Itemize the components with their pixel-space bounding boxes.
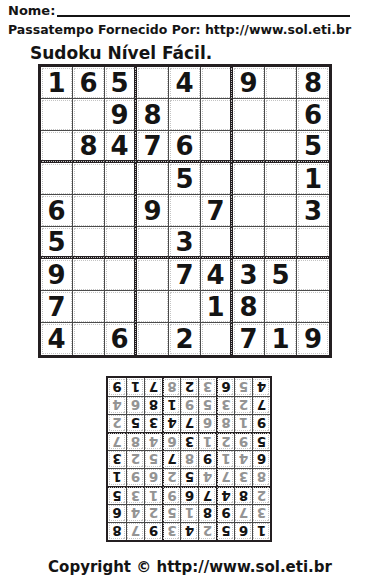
puzzle-cell-r1c7: 9: [233, 67, 265, 99]
solution-cell-r8c1: 7: [252, 396, 270, 414]
solution-cell-r7c7: 3: [144, 414, 162, 432]
puzzle-cell-r2c5: [169, 99, 201, 131]
solution-digit: 9: [203, 452, 212, 468]
solution-digit: 6: [221, 379, 230, 395]
solution-cell-r7c9: 2: [108, 414, 126, 432]
puzzle-cell-r5c1: 6: [41, 195, 73, 227]
puzzle-given-digit: 9: [110, 100, 128, 130]
puzzle-given-digit: 7: [175, 260, 193, 290]
puzzle-cell-r7c3: [105, 259, 137, 291]
solution-cell-r6c9: 7: [108, 432, 126, 450]
solution-cell-r5c2: 4: [234, 450, 252, 468]
puzzle-cell-r3c1: [41, 131, 73, 163]
solution-cell-r3c8: 3: [126, 486, 144, 504]
puzzle-cell-r6c6: [201, 227, 233, 259]
puzzle-cell-r4c1: [41, 163, 73, 195]
solution-cell-r1c3: 5: [216, 522, 234, 540]
puzzle-cell-r8c8: [265, 291, 297, 323]
puzzle-cell-r6c9: [297, 227, 329, 259]
solution-cell-r8c9: 4: [108, 396, 126, 414]
puzzle-cell-r6c3: [105, 227, 137, 259]
puzzle-given-digit: 8: [304, 68, 322, 98]
solution-cell-r2c4: 8: [198, 504, 216, 522]
puzzle-cell-r7c7: 3: [233, 259, 265, 291]
solution-digit: 7: [149, 379, 158, 395]
solution-cell-r3c5: 6: [180, 486, 198, 504]
puzzle-cell-r5c5: [169, 195, 201, 227]
solution-cell-r2c6: 5: [162, 504, 180, 522]
page-title: Sudoku Nível Fácil.: [30, 43, 352, 63]
puzzle-cell-r3c8: [265, 131, 297, 163]
solution-cell-r4c7: 6: [144, 468, 162, 486]
solution-digit: 4: [131, 506, 140, 522]
puzzle-cell-r6c8: [265, 227, 297, 259]
solution-cell-r2c2: 7: [234, 504, 252, 522]
puzzle-cell-r9c3: 6: [105, 323, 137, 355]
solution-digit: 1: [239, 416, 248, 432]
solution-digit: 2: [221, 434, 230, 450]
solution-cell-r9c9: 9: [108, 378, 126, 396]
solution-digit: 8: [257, 470, 266, 486]
solution-cell-r7c2: 1: [234, 414, 252, 432]
solution-digit: 4: [257, 379, 266, 395]
solution-cell-r4c5: 5: [180, 468, 198, 486]
solution-digit: 5: [131, 416, 140, 432]
puzzle-given-digit: 3: [239, 260, 257, 290]
puzzle-cell-r6c5: 3: [169, 227, 201, 259]
puzzle-cell-r4c8: [265, 163, 297, 195]
solution-cell-r5c4: 9: [198, 450, 216, 468]
solution-cell-r7c5: 7: [180, 414, 198, 432]
puzzle-given-digit: 5: [304, 131, 322, 161]
provider-text: Passatempo Fornecido Por: http://www.sol…: [8, 22, 352, 37]
solution-digit: 1: [257, 524, 266, 540]
solution-cell-r9c4: 3: [198, 378, 216, 396]
puzzle-cell-r5c6: 7: [201, 195, 233, 227]
solution-cell-r7c8: 5: [126, 414, 144, 432]
puzzle-cell-r7c2: [73, 259, 105, 291]
puzzle-cell-r8c9: [297, 291, 329, 323]
puzzle-cell-r9c5: 2: [169, 323, 201, 355]
puzzle-given-digit: 7: [47, 292, 65, 322]
solution-cell-r8c4: 5: [198, 396, 216, 414]
solution-cell-r8c6: 1: [162, 396, 180, 414]
puzzle-cell-r1c5: 4: [169, 67, 201, 99]
solution-cell-r1c9: 8: [108, 522, 126, 540]
solution-digit: 8: [149, 398, 158, 414]
solution-digit: 7: [203, 488, 212, 504]
puzzle-cell-r5c2: [73, 195, 105, 227]
solution-cell-r7c3: 8: [216, 414, 234, 432]
puzzle-given-digit: 7: [143, 131, 161, 161]
name-fill-line: [57, 15, 350, 17]
solution-cell-r9c5: 2: [180, 378, 198, 396]
solution-cell-r2c5: 1: [180, 504, 198, 522]
puzzle-cell-r9c6: [201, 323, 233, 355]
name-label: Nome:: [8, 3, 55, 18]
puzzle-cell-r2c3: 9: [105, 99, 137, 131]
solution-cell-r1c2: 6: [234, 522, 252, 540]
solution-cell-r8c3: 3: [216, 396, 234, 414]
solution-cell-r2c3: 9: [216, 504, 234, 522]
puzzle-given-digit: 1: [206, 292, 224, 322]
solution-digit: 9: [167, 488, 176, 504]
solution-digit: 7: [167, 452, 176, 468]
puzzle-cell-r3c3: 4: [105, 131, 137, 163]
solution-digit: 4: [239, 452, 248, 468]
puzzle-cell-r5c7: [233, 195, 265, 227]
solution-digit: 2: [149, 506, 158, 522]
solution-cell-r1c7: 9: [144, 522, 162, 540]
puzzle-given-digit: 8: [239, 292, 257, 322]
solution-digit: 6: [185, 488, 194, 504]
solution-cell-r7c6: 4: [162, 414, 180, 432]
puzzle-cell-r8c3: [105, 291, 137, 323]
puzzle-given-digit: 2: [175, 324, 193, 354]
puzzle-cell-r1c1: 1: [41, 67, 73, 99]
solution-digit: 1: [149, 488, 158, 504]
puzzle-cell-r9c1: 4: [41, 323, 73, 355]
puzzle-given-digit: 6: [175, 131, 193, 161]
solution-digit: 1: [112, 470, 121, 486]
puzzle-given-digit: 7: [239, 324, 257, 354]
solution-cell-r3c2: 8: [234, 486, 252, 504]
puzzle-cell-r9c9: 9: [297, 323, 329, 355]
solution-cell-r2c9: 6: [108, 504, 126, 522]
solution-cell-r9c6: 8: [162, 378, 180, 396]
puzzle-cell-r8c2: [73, 291, 105, 323]
puzzle-cell-r4c2: [73, 163, 105, 195]
solution-digit: 6: [239, 524, 248, 540]
solution-digit: 9: [221, 506, 230, 522]
puzzle-cell-r4c5: 5: [169, 163, 201, 195]
puzzle-cell-r6c4: [137, 227, 169, 259]
solution-digit: 2: [185, 379, 194, 395]
solution-cell-r3c1: 2: [252, 486, 270, 504]
puzzle-cell-r8c7: 8: [233, 291, 265, 323]
solution-digit: 3: [112, 452, 121, 468]
puzzle-cell-r5c9: 3: [297, 195, 329, 227]
solution-cell-r8c7: 8: [144, 396, 162, 414]
puzzle-given-digit: 9: [304, 324, 322, 354]
solution-digit: 5: [167, 506, 176, 522]
solution-digit: 6: [131, 398, 140, 414]
solution-cell-r3c4: 7: [198, 486, 216, 504]
solution-digit: 4: [203, 470, 212, 486]
puzzle-cell-r3c7: [233, 131, 265, 163]
solution-digit: 5: [185, 470, 194, 486]
puzzle-given-digit: 7: [206, 196, 224, 226]
puzzle-cell-r4c9: 1: [297, 163, 329, 195]
solution-digit: 1: [131, 379, 140, 395]
solution-cell-r8c5: 9: [180, 396, 198, 414]
puzzle-given-digit: 4: [206, 260, 224, 290]
solution-digit: 1: [167, 398, 176, 414]
puzzle-given-digit: 6: [47, 196, 65, 226]
page-header: Nome: Passatempo Fornecido Por: http://w…: [8, 2, 352, 63]
solution-digit: 8: [185, 452, 194, 468]
puzzle-given-digit: 8: [79, 131, 97, 161]
puzzle-cell-r3c5: 6: [169, 131, 201, 163]
solution-digit: 2: [167, 470, 176, 486]
puzzle-given-digit: 3: [175, 227, 193, 257]
solution-cell-r6c1: 5: [252, 432, 270, 450]
puzzle-cell-r1c2: 6: [73, 67, 105, 99]
solution-cell-r4c3: 7: [216, 468, 234, 486]
puzzle-cell-r3c4: 7: [137, 131, 169, 163]
name-row: Nome:: [8, 2, 350, 18]
solution-digit: 1: [185, 506, 194, 522]
solution-digit: 5: [203, 398, 212, 414]
puzzle-cell-r8c4: [137, 291, 169, 323]
solution-cell-r4c9: 1: [108, 468, 126, 486]
solution-digit: 8: [167, 379, 176, 395]
puzzle-cell-r1c6: [201, 67, 233, 99]
sudoku-solution-board-rotated: 1652439783798152462847691358374526916419…: [106, 376, 272, 542]
solution-cell-r9c1: 4: [252, 378, 270, 396]
solution-cell-r1c5: 4: [180, 522, 198, 540]
solution-digit: 3: [257, 506, 266, 522]
puzzle-cell-r7c6: 4: [201, 259, 233, 291]
puzzle-cell-r1c9: 8: [297, 67, 329, 99]
solution-digit: 3: [239, 470, 248, 486]
puzzle-given-digit: 1: [304, 164, 322, 194]
puzzle-cell-r6c7: [233, 227, 265, 259]
solution-cell-r9c2: 5: [234, 378, 252, 396]
solution-digit: 5: [112, 488, 121, 504]
solution-cell-r7c1: 9: [252, 414, 270, 432]
puzzle-cell-r2c1: [41, 99, 73, 131]
puzzle-cell-r5c4: 9: [137, 195, 169, 227]
puzzle-given-digit: 5: [175, 164, 193, 194]
solution-digit: 2: [239, 398, 248, 414]
puzzle-cell-r7c5: 7: [169, 259, 201, 291]
solution-cell-r7c4: 6: [198, 414, 216, 432]
solution-cell-r3c3: 4: [216, 486, 234, 504]
puzzle-given-digit: 9: [239, 68, 257, 98]
solution-cell-r3c7: 1: [144, 486, 162, 504]
solution-cell-r2c7: 2: [144, 504, 162, 522]
solution-digit: 6: [112, 506, 121, 522]
puzzle-cell-r2c9: 6: [297, 99, 329, 131]
solution-cell-r4c8: 9: [126, 468, 144, 486]
sudoku-puzzle-board: 165498986847655169735397435718462719: [38, 64, 332, 358]
solution-digit: 9: [257, 416, 266, 432]
solution-digit: 8: [112, 524, 121, 540]
solution-cell-r9c8: 1: [126, 378, 144, 396]
solution-digit: 4: [167, 416, 176, 432]
solution-digit: 3: [149, 416, 158, 432]
sudoku-worksheet-page: Nome: Passatempo Fornecido Por: http://w…: [0, 0, 380, 585]
solution-cell-r5c5: 8: [180, 450, 198, 468]
solution-digit: 7: [257, 398, 266, 414]
solution-digit: 7: [239, 506, 248, 522]
solution-digit: 9: [185, 398, 194, 414]
solution-digit: 2: [131, 452, 140, 468]
puzzle-cell-r9c8: 1: [265, 323, 297, 355]
solution-cell-r5c7: 5: [144, 450, 162, 468]
solution-cell-r4c2: 3: [234, 468, 252, 486]
puzzle-cell-r3c9: 5: [297, 131, 329, 163]
solution-cell-r2c8: 4: [126, 504, 144, 522]
solution-digit: 9: [131, 470, 140, 486]
solution-digit: 1: [221, 452, 230, 468]
solution-cell-r2c1: 3: [252, 504, 270, 522]
solution-cell-r5c8: 2: [126, 450, 144, 468]
solution-digit: 2: [203, 524, 212, 540]
solution-cell-r8c2: 2: [234, 396, 252, 414]
solution-cell-r9c7: 7: [144, 378, 162, 396]
puzzle-given-digit: 8: [143, 100, 161, 130]
solution-digit: 9: [112, 379, 121, 395]
solution-cell-r4c6: 2: [162, 468, 180, 486]
copyright-text: Copyright © http://www.sol.eti.br: [0, 558, 380, 576]
puzzle-cell-r6c2: [73, 227, 105, 259]
puzzle-given-digit: 4: [175, 68, 193, 98]
solution-digit: 7: [131, 524, 140, 540]
puzzle-cell-r3c6: [201, 131, 233, 163]
solution-cell-r6c3: 2: [216, 432, 234, 450]
solution-cell-r4c4: 4: [198, 468, 216, 486]
solution-digit: 5: [149, 452, 158, 468]
solution-digit: 1: [203, 434, 212, 450]
puzzle-cell-r9c4: [137, 323, 169, 355]
solution-cell-r6c4: 1: [198, 432, 216, 450]
solution-digit: 9: [149, 524, 158, 540]
puzzle-cell-r4c3: [105, 163, 137, 195]
puzzle-cell-r1c8: [265, 67, 297, 99]
puzzle-cell-r8c5: [169, 291, 201, 323]
puzzle-given-digit: 5: [47, 227, 65, 257]
puzzle-cell-r2c8: [265, 99, 297, 131]
solution-digit: 7: [112, 434, 121, 450]
puzzle-cell-r8c6: 1: [201, 291, 233, 323]
solution-digit: 5: [257, 434, 266, 450]
puzzle-cell-r9c2: [73, 323, 105, 355]
solution-digit: 6: [167, 434, 176, 450]
puzzle-given-digit: 6: [304, 100, 322, 130]
solution-digit: 5: [221, 524, 230, 540]
puzzle-given-digit: 4: [110, 131, 128, 161]
solution-digit: 2: [257, 488, 266, 504]
puzzle-cell-r4c6: [201, 163, 233, 195]
puzzle-cell-r2c2: [73, 99, 105, 131]
puzzle-given-digit: 4: [47, 324, 65, 354]
solution-digit: 6: [257, 452, 266, 468]
puzzle-cell-r7c4: [137, 259, 169, 291]
puzzle-given-digit: 5: [271, 260, 289, 290]
puzzle-cell-r4c7: [233, 163, 265, 195]
solution-digit: 7: [185, 416, 194, 432]
solution-digit: 4: [185, 524, 194, 540]
puzzle-cell-r2c4: 8: [137, 99, 169, 131]
solution-digit: 5: [239, 379, 248, 395]
puzzle-given-digit: 6: [110, 324, 128, 354]
solution-digit: 8: [131, 434, 140, 450]
puzzle-cell-r2c6: [201, 99, 233, 131]
puzzle-given-digit: 6: [79, 68, 97, 98]
puzzle-cell-r5c3: [105, 195, 137, 227]
solution-digit: 4: [149, 434, 158, 450]
solution-digit: 3: [131, 488, 140, 504]
solution-digit: 3: [203, 379, 212, 395]
puzzle-given-digit: 5: [110, 68, 128, 98]
puzzle-given-digit: 9: [47, 260, 65, 290]
puzzle-cell-r1c4: [137, 67, 169, 99]
solution-cell-r1c1: 1: [252, 522, 270, 540]
solution-digit: 6: [203, 416, 212, 432]
puzzle-given-digit: 3: [304, 196, 322, 226]
solution-cell-r6c6: 6: [162, 432, 180, 450]
solution-cell-r3c9: 5: [108, 486, 126, 504]
solution-cell-r9c3: 6: [216, 378, 234, 396]
solution-digit: 8: [221, 416, 230, 432]
solution-cell-r5c9: 3: [108, 450, 126, 468]
solution-digit: 4: [112, 398, 121, 414]
puzzle-cell-r7c8: 5: [265, 259, 297, 291]
solution-cell-r5c3: 1: [216, 450, 234, 468]
puzzle-cell-r3c2: 8: [73, 131, 105, 163]
solution-cell-r4c1: 8: [252, 468, 270, 486]
solution-digit: 9: [239, 434, 248, 450]
solution-cell-r6c7: 4: [144, 432, 162, 450]
puzzle-given-digit: 9: [143, 196, 161, 226]
solution-digit: 6: [149, 470, 158, 486]
solution-digit: 2: [112, 416, 121, 432]
solution-digit: 7: [221, 470, 230, 486]
solution-digit: 8: [203, 506, 212, 522]
solution-digit: 8: [239, 488, 248, 504]
solution-cell-r5c6: 7: [162, 450, 180, 468]
solution-digit: 3: [221, 398, 230, 414]
solution-cell-r1c8: 7: [126, 522, 144, 540]
puzzle-cell-r1c3: 5: [105, 67, 137, 99]
solution-digit: 3: [167, 524, 176, 540]
solution-cell-r5c1: 6: [252, 450, 270, 468]
puzzle-cell-r2c7: [233, 99, 265, 131]
puzzle-given-digit: 1: [47, 68, 65, 98]
solution-cell-r6c8: 8: [126, 432, 144, 450]
puzzle-cell-r7c1: 9: [41, 259, 73, 291]
puzzle-cell-r8c1: 7: [41, 291, 73, 323]
puzzle-cell-r5c8: [265, 195, 297, 227]
solution-cell-r6c2: 9: [234, 432, 252, 450]
puzzle-given-digit: 1: [271, 324, 289, 354]
solution-cell-r3c6: 9: [162, 486, 180, 504]
solution-cell-r1c4: 2: [198, 522, 216, 540]
solution-cell-r8c8: 6: [126, 396, 144, 414]
puzzle-cell-r4c4: [137, 163, 169, 195]
solution-cell-r1c6: 3: [162, 522, 180, 540]
solution-digit: 3: [185, 434, 194, 450]
puzzle-cell-r6c1: 5: [41, 227, 73, 259]
puzzle-cell-r7c9: [297, 259, 329, 291]
solution-digit: 4: [221, 488, 230, 504]
solution-cell-r6c5: 3: [180, 432, 198, 450]
puzzle-cell-r9c7: 7: [233, 323, 265, 355]
